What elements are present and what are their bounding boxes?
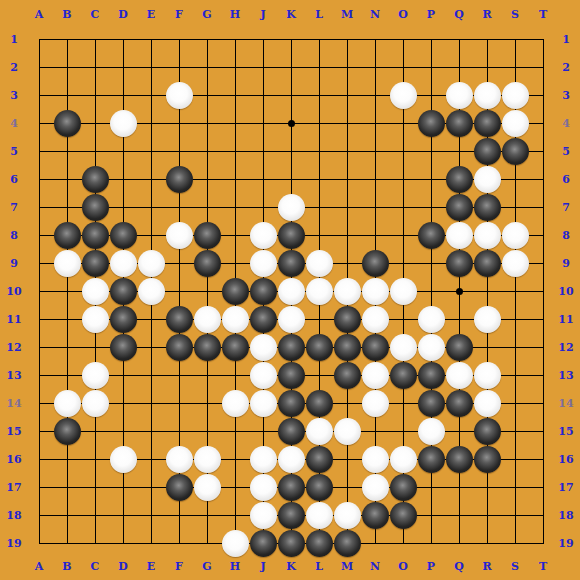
col-label-top: K xyxy=(286,9,296,20)
row-label-right: 6 xyxy=(562,174,570,185)
stone-white xyxy=(390,446,417,473)
stone-black xyxy=(446,166,473,193)
stone-white xyxy=(306,418,333,445)
col-label-top: F xyxy=(175,9,183,20)
col-label-bottom: Q xyxy=(454,561,464,572)
stone-white xyxy=(82,362,109,389)
stone-black xyxy=(166,334,193,361)
stone-black xyxy=(278,502,305,529)
row-label-left: 6 xyxy=(10,174,18,185)
col-label-bottom: P xyxy=(427,561,435,572)
col-label-top: G xyxy=(202,9,211,20)
stone-black xyxy=(446,334,473,361)
stone-black xyxy=(250,530,277,557)
stone-white xyxy=(110,110,137,137)
col-label-bottom: O xyxy=(398,561,408,572)
row-label-right: 15 xyxy=(558,426,573,437)
stone-white xyxy=(278,446,305,473)
stone-black xyxy=(82,250,109,277)
col-label-bottom: M xyxy=(341,561,353,572)
col-label-top: J xyxy=(260,9,265,20)
stone-black xyxy=(418,222,445,249)
col-label-bottom: R xyxy=(482,561,491,572)
stone-white xyxy=(474,222,501,249)
col-label-bottom: C xyxy=(91,561,100,572)
stone-black xyxy=(250,278,277,305)
stone-white xyxy=(502,222,529,249)
stone-black xyxy=(474,250,501,277)
stone-black xyxy=(54,110,81,137)
stone-black xyxy=(54,222,81,249)
row-label-left: 12 xyxy=(6,342,21,353)
col-label-top: C xyxy=(91,9,100,20)
stone-white xyxy=(502,82,529,109)
col-label-top: R xyxy=(482,9,491,20)
stone-white xyxy=(362,278,389,305)
stone-white xyxy=(306,278,333,305)
stone-white xyxy=(474,390,501,417)
stone-white xyxy=(362,362,389,389)
row-label-right: 19 xyxy=(558,538,573,549)
row-label-left: 8 xyxy=(10,230,18,241)
col-label-bottom: H xyxy=(230,561,240,572)
row-label-right: 12 xyxy=(558,342,573,353)
stone-white xyxy=(138,250,165,277)
stone-black xyxy=(474,446,501,473)
stone-black xyxy=(278,222,305,249)
stone-white xyxy=(474,306,501,333)
stone-white xyxy=(222,530,249,557)
stone-black xyxy=(390,362,417,389)
stone-black xyxy=(110,306,137,333)
stone-white xyxy=(222,390,249,417)
stone-black xyxy=(82,222,109,249)
stone-black xyxy=(306,530,333,557)
stone-white xyxy=(474,166,501,193)
stone-black xyxy=(334,334,361,361)
stone-white xyxy=(250,362,277,389)
stone-black xyxy=(418,446,445,473)
row-label-right: 13 xyxy=(558,370,573,381)
row-label-left: 14 xyxy=(6,398,21,409)
row-label-left: 19 xyxy=(6,538,21,549)
stone-white xyxy=(194,446,221,473)
col-label-top: N xyxy=(370,9,380,20)
stone-black xyxy=(110,222,137,249)
stone-white xyxy=(390,82,417,109)
col-label-top: Q xyxy=(454,9,464,20)
stone-black xyxy=(278,474,305,501)
stone-white xyxy=(418,334,445,361)
stone-white xyxy=(334,278,361,305)
col-label-top: E xyxy=(147,9,155,20)
row-label-right: 9 xyxy=(562,258,570,269)
go-board[interactable]: AABBCCDDEEFFGGHHJJKKLLMMNNOOPPQQRRSSTT11… xyxy=(0,0,580,580)
stone-white xyxy=(474,362,501,389)
stone-black xyxy=(390,474,417,501)
row-label-left: 18 xyxy=(6,510,21,521)
stone-black xyxy=(418,362,445,389)
stone-black xyxy=(474,110,501,137)
col-label-top: M xyxy=(341,9,353,20)
stone-black xyxy=(446,194,473,221)
stone-black xyxy=(82,194,109,221)
stone-white xyxy=(390,334,417,361)
stone-black xyxy=(334,530,361,557)
row-label-right: 10 xyxy=(558,286,573,297)
row-label-right: 2 xyxy=(562,62,570,73)
col-label-bottom: D xyxy=(118,561,128,572)
stone-black xyxy=(82,166,109,193)
row-label-right: 4 xyxy=(562,118,570,129)
stone-black xyxy=(166,306,193,333)
stone-black xyxy=(474,418,501,445)
stone-white xyxy=(502,250,529,277)
stone-white xyxy=(474,82,501,109)
row-label-left: 17 xyxy=(6,482,21,493)
col-label-top: L xyxy=(315,9,323,20)
stone-black xyxy=(222,334,249,361)
stone-white xyxy=(362,390,389,417)
row-label-left: 3 xyxy=(10,90,18,101)
stone-white xyxy=(250,474,277,501)
stone-white xyxy=(82,306,109,333)
col-label-bottom: J xyxy=(260,561,265,572)
stones-grid xyxy=(25,25,557,557)
row-label-left: 5 xyxy=(10,146,18,157)
col-label-bottom: E xyxy=(147,561,155,572)
stone-white xyxy=(110,446,137,473)
row-label-left: 4 xyxy=(10,118,18,129)
stone-white xyxy=(446,222,473,249)
col-label-top: A xyxy=(35,9,44,20)
stone-black xyxy=(362,250,389,277)
stone-black xyxy=(390,502,417,529)
row-label-left: 13 xyxy=(6,370,21,381)
stone-black xyxy=(194,334,221,361)
stone-black xyxy=(334,362,361,389)
row-label-left: 7 xyxy=(10,202,18,213)
row-label-right: 18 xyxy=(558,510,573,521)
stone-white xyxy=(502,110,529,137)
stone-black xyxy=(446,446,473,473)
row-label-right: 14 xyxy=(558,398,573,409)
stone-black xyxy=(474,138,501,165)
stone-black xyxy=(222,278,249,305)
stone-black xyxy=(446,110,473,137)
stone-white xyxy=(54,250,81,277)
stone-black xyxy=(306,334,333,361)
col-label-bottom: A xyxy=(35,561,44,572)
stone-white xyxy=(250,502,277,529)
stone-black xyxy=(306,390,333,417)
stone-black xyxy=(474,194,501,221)
stone-black xyxy=(446,250,473,277)
stone-white xyxy=(446,82,473,109)
stone-white xyxy=(418,418,445,445)
stone-white xyxy=(362,446,389,473)
stone-black xyxy=(446,390,473,417)
stone-white xyxy=(278,306,305,333)
stone-black xyxy=(278,390,305,417)
row-label-left: 9 xyxy=(10,258,18,269)
stone-black xyxy=(334,306,361,333)
col-label-top: D xyxy=(118,9,128,20)
row-label-right: 3 xyxy=(562,90,570,101)
row-label-left: 10 xyxy=(6,286,21,297)
row-label-right: 7 xyxy=(562,202,570,213)
stone-white xyxy=(418,306,445,333)
stone-black xyxy=(362,502,389,529)
row-label-left: 11 xyxy=(6,314,21,325)
stone-white xyxy=(334,418,361,445)
stone-white xyxy=(306,250,333,277)
stone-black xyxy=(306,474,333,501)
stone-black xyxy=(278,250,305,277)
col-label-bottom: K xyxy=(286,561,296,572)
col-label-bottom: N xyxy=(370,561,380,572)
stone-white xyxy=(166,82,193,109)
stone-white xyxy=(138,278,165,305)
row-label-right: 1 xyxy=(562,34,570,45)
stone-white xyxy=(334,502,361,529)
stone-white xyxy=(278,194,305,221)
col-label-top: S xyxy=(511,9,519,20)
row-label-right: 5 xyxy=(562,146,570,157)
row-label-right: 17 xyxy=(558,482,573,493)
stone-white xyxy=(250,334,277,361)
stone-white xyxy=(166,446,193,473)
row-label-left: 15 xyxy=(6,426,21,437)
stone-black xyxy=(278,334,305,361)
stone-white xyxy=(54,390,81,417)
col-label-bottom: S xyxy=(511,561,519,572)
col-label-top: H xyxy=(230,9,240,20)
stone-black xyxy=(418,390,445,417)
stone-white xyxy=(278,278,305,305)
col-label-top: B xyxy=(62,9,71,20)
stone-white xyxy=(82,390,109,417)
col-label-bottom: G xyxy=(202,561,211,572)
row-label-left: 1 xyxy=(10,34,18,45)
stone-white xyxy=(362,474,389,501)
row-label-left: 2 xyxy=(10,62,18,73)
stone-black xyxy=(194,222,221,249)
stone-white xyxy=(82,278,109,305)
stone-white xyxy=(166,222,193,249)
col-label-bottom: F xyxy=(175,561,183,572)
row-label-left: 16 xyxy=(6,454,21,465)
col-label-bottom: B xyxy=(62,561,71,572)
col-label-top: O xyxy=(398,9,408,20)
stone-white xyxy=(250,446,277,473)
stone-black xyxy=(110,278,137,305)
stone-black xyxy=(278,418,305,445)
stone-black xyxy=(54,418,81,445)
stone-white xyxy=(222,306,249,333)
stone-white xyxy=(250,250,277,277)
stone-black xyxy=(166,474,193,501)
stone-white xyxy=(250,390,277,417)
stone-white xyxy=(446,362,473,389)
col-label-top: P xyxy=(427,9,435,20)
stone-black xyxy=(166,166,193,193)
stone-black xyxy=(502,138,529,165)
stone-white xyxy=(250,222,277,249)
stone-white xyxy=(194,474,221,501)
col-label-top: T xyxy=(539,9,547,20)
col-label-bottom: T xyxy=(539,561,547,572)
stone-black xyxy=(362,334,389,361)
col-label-bottom: L xyxy=(315,561,323,572)
stone-black xyxy=(110,334,137,361)
stone-white xyxy=(194,306,221,333)
stone-white xyxy=(110,250,137,277)
row-label-right: 8 xyxy=(562,230,570,241)
stone-black xyxy=(418,110,445,137)
stone-black xyxy=(306,446,333,473)
row-label-right: 11 xyxy=(558,314,573,325)
stone-white xyxy=(306,502,333,529)
stone-black xyxy=(250,306,277,333)
stone-black xyxy=(194,250,221,277)
stone-black xyxy=(278,530,305,557)
stone-white xyxy=(390,278,417,305)
row-label-right: 16 xyxy=(558,454,573,465)
stone-white xyxy=(362,306,389,333)
stone-black xyxy=(278,362,305,389)
